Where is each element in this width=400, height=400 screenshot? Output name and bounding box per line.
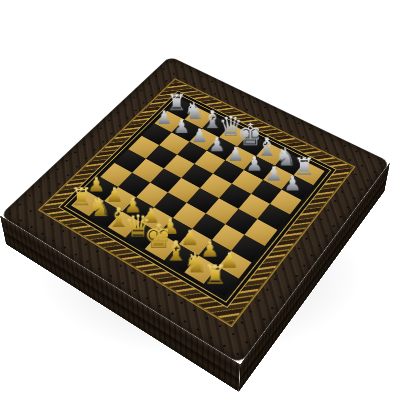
scene-perspective: ♜♞♝♛♚♝♞♜♟♟♟♟♟♟♟♟♟♟♟♟♟♟♟♟♜♞♝♛♚♝♞♜: [0, 0, 400, 400]
chess-box: ♜♞♝♛♚♝♞♜♟♟♟♟♟♟♟♟♟♟♟♟♟♟♟♟♜♞♝♛♚♝♞♜: [0, 56, 390, 364]
playfield: ♜♞♝♛♚♝♞♜♟♟♟♟♟♟♟♟♟♟♟♟♟♟♟♟♜♞♝♛♚♝♞♜: [71, 98, 325, 296]
silver-pawn-h7: ♟: [281, 173, 304, 193]
gold-rook-h1: ♜: [203, 262, 228, 288]
embossed-frame: ♜♞♝♛♚♝♞♜♟♟♟♟♟♟♟♟♟♟♟♟♟♟♟♟♜♞♝♛♚♝♞♜: [0, 56, 390, 364]
product-photo: ♜♞♝♛♚♝♞♜♟♟♟♟♟♟♟♟♟♟♟♟♟♟♟♟♜♞♝♛♚♝♞♜: [0, 0, 400, 400]
gold-pinstripe-border: ♜♞♝♛♚♝♞♜♟♟♟♟♟♟♟♟♟♟♟♟♟♟♟♟♜♞♝♛♚♝♞♜: [58, 90, 337, 308]
square-d4: [168, 178, 200, 203]
